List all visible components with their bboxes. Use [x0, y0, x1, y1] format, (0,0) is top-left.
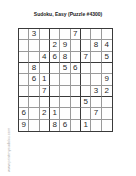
cell-r6c9: 2 — [102, 86, 112, 97]
cell-r9c8 — [91, 120, 101, 131]
cell-r2c6 — [71, 40, 81, 51]
cell-r9c2 — [29, 120, 39, 131]
cell-r8c7 — [81, 108, 91, 119]
cell-r4c9 — [102, 63, 112, 74]
cell-r9c6 — [71, 120, 81, 131]
cell-r3c7: 7 — [81, 52, 91, 63]
cell-r5c1 — [19, 74, 29, 85]
cell-r8c4: 1 — [50, 108, 60, 119]
cell-r7c2 — [29, 97, 39, 108]
cell-r1c6: 7 — [71, 29, 81, 40]
cell-r8c6 — [71, 108, 81, 119]
cell-r8c5 — [60, 108, 70, 119]
cell-r6c3: 7 — [40, 86, 50, 97]
cell-r6c4 — [50, 86, 60, 97]
cell-r8c9 — [102, 108, 112, 119]
cell-r5c7 — [81, 74, 91, 85]
sudoku-board: 37298446875856619732562179861 — [18, 28, 113, 132]
cell-r4c4 — [50, 63, 60, 74]
cell-r9c9 — [102, 120, 112, 131]
cell-r7c4 — [50, 97, 60, 108]
cell-r8c2 — [29, 108, 39, 119]
cell-r3c1 — [19, 52, 29, 63]
cell-r1c2: 3 — [29, 29, 39, 40]
cell-r6c6 — [71, 86, 81, 97]
cell-r1c4 — [50, 29, 60, 40]
cell-r1c9 — [102, 29, 112, 40]
cell-r2c4: 2 — [50, 40, 60, 51]
cell-r1c1 — [19, 29, 29, 40]
cell-r6c8: 3 — [91, 86, 101, 97]
cell-r2c5: 9 — [60, 40, 70, 51]
cell-r1c3 — [40, 29, 50, 40]
cell-r2c1 — [19, 40, 29, 51]
cell-r2c7 — [81, 40, 91, 51]
cell-r9c1: 9 — [19, 120, 29, 131]
cell-r4c6: 6 — [71, 63, 81, 74]
cell-r5c3: 1 — [40, 74, 50, 85]
cell-r1c8 — [91, 29, 101, 40]
cell-r6c1 — [19, 86, 29, 97]
cell-r3c8 — [91, 52, 101, 63]
cell-r6c7 — [81, 86, 91, 97]
cell-r5c6 — [71, 74, 81, 85]
cell-r3c3: 4 — [40, 52, 50, 63]
cell-r5c9: 9 — [102, 74, 112, 85]
cell-r8c1: 6 — [19, 108, 29, 119]
cell-r9c3 — [40, 120, 50, 131]
cell-r2c2 — [29, 40, 39, 51]
cell-r4c3 — [40, 63, 50, 74]
puzzle-title: Sudoku, Easy (Puzzle #4300) — [0, 11, 136, 17]
cell-r5c5 — [60, 74, 70, 85]
cell-r9c7: 1 — [81, 120, 91, 131]
cell-r2c9: 4 — [102, 40, 112, 51]
cell-r8c3: 2 — [40, 108, 50, 119]
cell-r1c5 — [60, 29, 70, 40]
cell-r9c4: 8 — [50, 120, 60, 131]
cell-r2c3 — [40, 40, 50, 51]
cell-r7c6 — [71, 97, 81, 108]
cell-r4c7 — [81, 63, 91, 74]
cell-r7c7: 5 — [81, 97, 91, 108]
cell-r7c8 — [91, 97, 101, 108]
cell-r5c8 — [91, 74, 101, 85]
cell-r4c1 — [19, 63, 29, 74]
cell-r3c2 — [29, 52, 39, 63]
puzzle-page: Sudoku, Easy (Puzzle #4300) 372984468758… — [0, 0, 136, 176]
cell-r1c7 — [81, 29, 91, 40]
cell-r6c5 — [60, 86, 70, 97]
cell-r7c9 — [102, 97, 112, 108]
cell-r5c2: 6 — [29, 74, 39, 85]
cell-r4c2: 8 — [29, 63, 39, 74]
cell-r4c8 — [91, 63, 101, 74]
source-url: www.printmysudoku.com — [6, 128, 11, 172]
cell-r2c8: 8 — [91, 40, 101, 51]
cell-r3c4: 6 — [50, 52, 60, 63]
cell-r4c5: 5 — [60, 63, 70, 74]
cell-r3c5: 8 — [60, 52, 70, 63]
cell-r7c5 — [60, 97, 70, 108]
cell-r6c2 — [29, 86, 39, 97]
cell-r5c4 — [50, 74, 60, 85]
cell-r8c8: 7 — [91, 108, 101, 119]
cell-r7c3 — [40, 97, 50, 108]
cell-r3c9: 5 — [102, 52, 112, 63]
cell-r3c6 — [71, 52, 81, 63]
cell-r9c5: 6 — [60, 120, 70, 131]
cell-r7c1 — [19, 97, 29, 108]
